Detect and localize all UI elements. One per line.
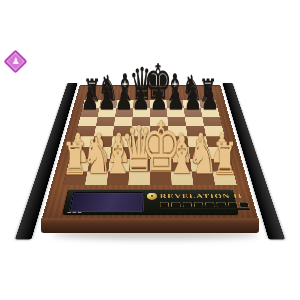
- piece-white-rook-h1[interactable]: ♜: [212, 137, 238, 181]
- panel-button-8[interactable]: [239, 202, 249, 207]
- panel-button-row: [160, 202, 249, 207]
- panel-button-4[interactable]: [194, 202, 204, 207]
- product-title: REVELATION II: [160, 193, 232, 199]
- pawn-icon: ♟: [12, 57, 20, 66]
- board-front-edge: [41, 218, 259, 233]
- piece-black-pawn-h7[interactable]: ♟: [201, 83, 219, 114]
- panel-button-6[interactable]: [216, 202, 226, 207]
- piece-black-pawn-a7[interactable]: ♟: [81, 83, 99, 114]
- piece-black-pawn-c7[interactable]: ♟: [115, 83, 133, 114]
- product-photo-stage: ♟ ✦ REVELATION II ♜♞♝♛♚♝♞♜♟♟♟♟♟♟♟♟♟♟♟♟♟♟…: [0, 0, 300, 300]
- panel-engraving: [67, 212, 81, 213]
- shop-logo-watermark: ♟: [3, 49, 27, 73]
- piece-black-pawn-b7[interactable]: ♟: [98, 83, 116, 114]
- panel-button-2[interactable]: [171, 202, 180, 207]
- panel-button-1[interactable]: [160, 202, 169, 207]
- panel-button-3[interactable]: [182, 202, 191, 207]
- button-strip: [160, 208, 250, 210]
- lcd-display: [69, 192, 143, 211]
- panel-button-5[interactable]: [205, 202, 215, 207]
- panel-button-7[interactable]: [228, 202, 238, 207]
- phoenix-crest-icon: ✦: [147, 193, 158, 200]
- control-panel: ✦ REVELATION II: [62, 189, 238, 215]
- piece-black-pawn-g7[interactable]: ♟: [184, 83, 202, 114]
